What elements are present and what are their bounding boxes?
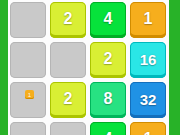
tile-32: 32 xyxy=(130,82,166,118)
game-board[interactable]: 2412161283241 xyxy=(8,0,169,135)
tile-2: 2 xyxy=(50,82,86,118)
tile-1: 1 xyxy=(130,122,166,135)
spawning-tile-1: 1 xyxy=(25,90,34,99)
cell-empty xyxy=(10,2,46,38)
tile-16: 16 xyxy=(130,42,166,78)
tile-4: 4 xyxy=(90,122,126,135)
cell-spawning: 1 xyxy=(10,82,46,118)
tile-2: 2 xyxy=(50,2,86,38)
tile-2: 2 xyxy=(90,42,126,78)
cell-empty xyxy=(50,122,86,135)
cell-empty xyxy=(10,42,46,78)
tile-8: 8 xyxy=(90,82,126,118)
tile-4: 4 xyxy=(90,2,126,38)
game-board-grid[interactable]: 2412161283241 xyxy=(10,2,166,135)
cell-empty xyxy=(50,42,86,78)
cell-empty xyxy=(10,122,46,135)
tile-1: 1 xyxy=(130,2,166,38)
